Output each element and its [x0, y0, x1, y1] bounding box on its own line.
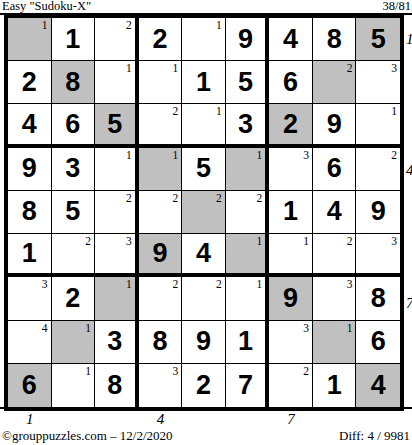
pencil-mark: 3 [347, 278, 353, 291]
cell-r3c3[interactable]: 5 [95, 104, 139, 147]
pencil-mark: 1 [85, 322, 91, 335]
cell-r5c3[interactable]: 2 [95, 191, 139, 234]
sudoku-board: 1122194852811156234652132919311513628522… [4, 14, 404, 411]
cell-r6c6[interactable]: 1 [226, 234, 270, 277]
cell-r2c1[interactable]: 2 [8, 61, 52, 104]
band-label-right-1: 1 [406, 31, 412, 47]
cell-r1c3[interactable]: 2 [95, 18, 139, 61]
given-digit: 6 [283, 69, 298, 96]
pencil-mark: 1 [172, 149, 178, 162]
cell-r2c2[interactable]: 8 [52, 61, 96, 104]
cell-r9c1[interactable]: 6 [8, 364, 52, 407]
cell-r4c1[interactable]: 9 [8, 148, 52, 191]
cell-r7c7[interactable]: 9 [269, 277, 313, 320]
cell-r2c4[interactable]: 1 [139, 61, 183, 104]
cell-r4c9[interactable]: 2 [356, 148, 400, 191]
given-digit: 6 [65, 111, 80, 138]
cell-r5c6[interactable]: 2 [226, 191, 270, 234]
cell-r1c8[interactable]: 8 [313, 18, 357, 61]
given-digit: 3 [238, 111, 253, 138]
given-digit: 4 [327, 198, 342, 225]
cell-r2c9[interactable]: 3 [356, 61, 400, 104]
given-digit: 8 [107, 372, 122, 399]
pencil-mark: 1 [347, 322, 353, 335]
cell-r9c2[interactable]: 1 [52, 364, 96, 407]
pencil-mark: 1 [257, 149, 263, 162]
given-digit: 6 [327, 155, 342, 182]
cell-r2c5[interactable]: 1 [182, 61, 226, 104]
pencil-mark: 1 [257, 235, 263, 248]
pencil-mark: 1 [303, 235, 309, 248]
cell-r7c6[interactable]: 1 [226, 277, 270, 320]
pencil-mark: 2 [391, 149, 397, 162]
cell-r8c7[interactable]: 3 [269, 321, 313, 364]
given-digit: 1 [238, 328, 253, 355]
pencil-mark: 1 [85, 365, 91, 378]
cell-r2c8[interactable]: 2 [313, 61, 357, 104]
puzzle-page: Easy "Sudoku-X" 38/81 112219485281115623… [0, 0, 412, 445]
cell-r5c9[interactable]: 9 [356, 191, 400, 234]
pencil-mark: 2 [216, 278, 222, 291]
difficulty-text: Diff: 4 / 9981 [339, 428, 410, 443]
cell-r1c6[interactable]: 9 [226, 18, 270, 61]
cell-r7c2[interactable]: 2 [52, 277, 96, 320]
pencil-mark: 2 [216, 192, 222, 205]
cell-r8c3[interactable]: 3 [95, 321, 139, 364]
cell-r8c5[interactable]: 9 [182, 321, 226, 364]
pencil-mark: 2 [172, 278, 178, 291]
cell-r3c2[interactable]: 6 [52, 104, 96, 147]
cell-r7c3[interactable]: 1 [95, 277, 139, 320]
cell-r9c4[interactable]: 3 [139, 364, 183, 407]
given-digit: 5 [238, 69, 253, 96]
cell-r7c9[interactable]: 8 [356, 277, 400, 320]
given-digit: 4 [371, 372, 386, 399]
pencil-mark: 2 [347, 62, 353, 75]
pencil-mark: 2 [257, 192, 263, 205]
cell-r2c7[interactable]: 6 [269, 61, 313, 104]
given-digit: 1 [283, 198, 298, 225]
given-digit: 2 [196, 372, 211, 399]
pencil-mark: 2 [85, 235, 91, 248]
given-digit: 8 [152, 328, 167, 355]
cell-r3c1[interactable]: 4 [8, 104, 52, 147]
given-digit: 5 [107, 111, 122, 138]
progress-counter: 38/81 [383, 0, 411, 13]
cell-r6c9[interactable]: 3 [356, 234, 400, 277]
cell-r6c3[interactable]: 3 [95, 234, 139, 277]
pencil-mark: 1 [257, 278, 263, 291]
cell-r8c4[interactable]: 8 [139, 321, 183, 364]
cell-r4c3[interactable]: 1 [95, 148, 139, 191]
given-digit: 9 [283, 285, 298, 312]
footer: ©grouppuzzles.com – 12/2/2020 Diff: 4 / … [2, 428, 410, 443]
pencil-mark: 3 [303, 149, 309, 162]
given-digit: 3 [65, 155, 80, 182]
cell-r1c2[interactable]: 1 [52, 18, 96, 61]
cell-r4c6[interactable]: 1 [226, 148, 270, 191]
cell-r9c8[interactable]: 1 [313, 364, 357, 407]
pencil-mark: 3 [172, 365, 178, 378]
given-digit: 5 [196, 155, 211, 182]
given-digit: 2 [283, 111, 298, 138]
given-digit: 6 [371, 328, 386, 355]
cell-r5c5[interactable]: 2 [182, 191, 226, 234]
given-digit: 7 [238, 372, 253, 399]
cell-r5c7[interactable]: 1 [269, 191, 313, 234]
cell-r7c8[interactable]: 3 [313, 277, 357, 320]
given-digit: 1 [22, 240, 37, 267]
cell-r8c6[interactable]: 1 [226, 321, 270, 364]
pencil-mark: 3 [391, 235, 397, 248]
cell-r3c4[interactable]: 2 [139, 104, 183, 147]
cell-r6c7[interactable]: 1 [269, 234, 313, 277]
cell-r6c8[interactable]: 2 [313, 234, 357, 277]
given-digit: 1 [327, 372, 342, 399]
pencil-mark: 1 [216, 105, 222, 118]
given-digit: 1 [196, 69, 211, 96]
given-digit: 9 [238, 26, 253, 53]
pencil-mark: 1 [216, 19, 222, 32]
cell-r9c3[interactable]: 8 [95, 364, 139, 407]
given-digit: 2 [22, 69, 37, 96]
pencil-mark: 2 [303, 365, 309, 378]
cell-r9c9[interactable]: 4 [356, 364, 400, 407]
pencil-mark: 2 [172, 192, 178, 205]
given-digit: 9 [152, 240, 167, 267]
pencil-mark: 3 [126, 235, 132, 248]
cell-r3c9[interactable]: 1 [356, 104, 400, 147]
cell-r1c7[interactable]: 4 [269, 18, 313, 61]
cell-r1c5[interactable]: 1 [182, 18, 226, 61]
cell-r8c1[interactable]: 4 [8, 321, 52, 364]
band-label-right-7: 7 [406, 295, 412, 311]
cell-r5c1[interactable]: 8 [8, 191, 52, 234]
given-digit: 5 [371, 26, 386, 53]
given-digit: 3 [107, 328, 122, 355]
given-digit: 8 [371, 285, 386, 312]
given-digit: 2 [152, 26, 167, 53]
cell-r9c5[interactable]: 2 [182, 364, 226, 407]
cell-r8c2[interactable]: 1 [52, 321, 96, 364]
given-digit: 9 [327, 111, 342, 138]
bottom-band-labels: 1 4 7 [8, 411, 400, 427]
cell-r1c4[interactable]: 2 [139, 18, 183, 61]
given-digit: 8 [327, 26, 342, 53]
page-title: Easy "Sudoku-X" [2, 0, 91, 13]
pencil-mark: 4 [42, 322, 48, 335]
cell-r4c4[interactable]: 1 [139, 148, 183, 191]
cell-r6c2[interactable]: 2 [52, 234, 96, 277]
pencil-mark: 3 [391, 62, 397, 75]
pencil-mark: 1 [172, 62, 178, 75]
band-label-right-4: 4 [406, 162, 412, 178]
cell-r3c8[interactable]: 9 [313, 104, 357, 147]
given-digit: 2 [65, 285, 80, 312]
cell-r7c1[interactable]: 3 [8, 277, 52, 320]
cell-r7c4[interactable]: 2 [139, 277, 183, 320]
cell-r1c1[interactable]: 1 [8, 18, 52, 61]
cell-r4c2[interactable]: 3 [52, 148, 96, 191]
pencil-mark: 1 [126, 149, 132, 162]
board-bottom-divider [0, 407, 412, 409]
cell-r8c9[interactable]: 6 [356, 321, 400, 364]
cell-r2c6[interactable]: 5 [226, 61, 270, 104]
pencil-mark: 2 [126, 192, 132, 205]
cell-r3c7[interactable]: 2 [269, 104, 313, 147]
cell-r7c5[interactable]: 2 [182, 277, 226, 320]
cell-r5c8[interactable]: 4 [313, 191, 357, 234]
cell-r5c4[interactable]: 2 [139, 191, 183, 234]
pencil-mark: 1 [126, 278, 132, 291]
given-digit: 4 [22, 111, 37, 138]
band-label-bottom-4: 4 [139, 411, 183, 427]
given-digit: 4 [283, 26, 298, 53]
cell-r2c3[interactable]: 1 [95, 61, 139, 104]
pencil-mark: 1 [126, 62, 132, 75]
pencil-mark: 2 [172, 105, 178, 118]
cell-r5c2[interactable]: 5 [52, 191, 96, 234]
cell-r6c4[interactable]: 9 [139, 234, 183, 277]
cell-r9c6[interactable]: 7 [226, 364, 270, 407]
given-digit: 8 [22, 198, 37, 225]
given-digit: 9 [196, 328, 211, 355]
given-digit: 1 [65, 26, 80, 53]
cell-r6c5[interactable]: 4 [182, 234, 226, 277]
pencil-mark: 2 [126, 19, 132, 32]
cell-r4c8[interactable]: 6 [313, 148, 357, 191]
pencil-mark: 1 [391, 105, 397, 118]
pencil-mark: 1 [42, 19, 48, 32]
cell-r4c5[interactable]: 5 [182, 148, 226, 191]
pencil-mark: 3 [42, 278, 48, 291]
cell-r4c7[interactable]: 3 [269, 148, 313, 191]
given-digit: 9 [371, 198, 386, 225]
given-digit: 6 [22, 372, 37, 399]
copyright-text: ©grouppuzzles.com – 12/2/2020 [2, 428, 173, 443]
pencil-mark: 2 [347, 235, 353, 248]
given-digit: 8 [65, 69, 80, 96]
cell-r8c8[interactable]: 1 [313, 321, 357, 364]
cell-r3c5[interactable]: 1 [182, 104, 226, 147]
header: Easy "Sudoku-X" 38/81 [2, 0, 411, 13]
cell-r6c1[interactable]: 1 [8, 234, 52, 277]
cell-r1c9[interactable]: 5 [356, 18, 400, 61]
cell-r3c6[interactable]: 3 [226, 104, 270, 147]
given-digit: 4 [196, 240, 211, 267]
band-label-bottom-1: 1 [8, 411, 52, 427]
given-digit: 9 [22, 155, 37, 182]
given-digit: 5 [65, 198, 80, 225]
pencil-mark: 3 [303, 322, 309, 335]
band-label-bottom-7: 7 [269, 411, 313, 427]
cell-r9c7[interactable]: 2 [269, 364, 313, 407]
